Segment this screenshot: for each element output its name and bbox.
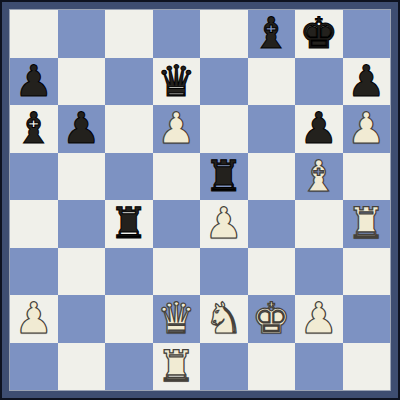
board-frame: ♝♚♟♛♟♝♟♟♟♟♜♝♜♟♜♟♛♞♚♟♜ — [0, 0, 400, 400]
white-bishop[interactable]: ♝ — [299, 153, 338, 201]
chess-board: ♝♚♟♛♟♝♟♟♟♟♜♝♜♟♜♟♛♞♚♟♜ — [9, 9, 391, 391]
square-b8[interactable] — [58, 10, 106, 58]
white-rook[interactable]: ♜ — [157, 343, 196, 391]
square-a2[interactable]: ♟ — [10, 295, 58, 343]
square-e3[interactable] — [200, 248, 248, 296]
square-h3[interactable] — [343, 248, 391, 296]
white-pawn[interactable]: ♟ — [14, 295, 53, 343]
square-d6[interactable]: ♟ — [153, 105, 201, 153]
square-a8[interactable] — [10, 10, 58, 58]
black-rook[interactable]: ♜ — [204, 153, 243, 201]
square-e1[interactable] — [200, 343, 248, 391]
square-a3[interactable] — [10, 248, 58, 296]
black-rook[interactable]: ♜ — [109, 200, 148, 248]
black-king[interactable]: ♚ — [299, 10, 338, 58]
square-d4[interactable] — [153, 200, 201, 248]
black-bishop[interactable]: ♝ — [252, 10, 291, 58]
square-a4[interactable] — [10, 200, 58, 248]
square-g6[interactable]: ♟ — [295, 105, 343, 153]
white-pawn[interactable]: ♟ — [157, 105, 196, 153]
square-f4[interactable] — [248, 200, 296, 248]
square-h5[interactable] — [343, 153, 391, 201]
white-pawn[interactable]: ♟ — [347, 105, 386, 153]
square-g4[interactable] — [295, 200, 343, 248]
square-a7[interactable]: ♟ — [10, 58, 58, 106]
square-h2[interactable] — [343, 295, 391, 343]
square-h7[interactable]: ♟ — [343, 58, 391, 106]
black-pawn[interactable]: ♟ — [299, 105, 338, 153]
square-g2[interactable]: ♟ — [295, 295, 343, 343]
white-knight[interactable]: ♞ — [204, 295, 243, 343]
square-c1[interactable] — [105, 343, 153, 391]
square-d5[interactable] — [153, 153, 201, 201]
square-e2[interactable]: ♞ — [200, 295, 248, 343]
square-f6[interactable] — [248, 105, 296, 153]
square-d3[interactable] — [153, 248, 201, 296]
square-h6[interactable]: ♟ — [343, 105, 391, 153]
square-f2[interactable]: ♚ — [248, 295, 296, 343]
square-c7[interactable] — [105, 58, 153, 106]
square-d2[interactable]: ♛ — [153, 295, 201, 343]
square-a1[interactable] — [10, 343, 58, 391]
square-c8[interactable] — [105, 10, 153, 58]
square-f5[interactable] — [248, 153, 296, 201]
white-queen[interactable]: ♛ — [157, 295, 196, 343]
black-bishop[interactable]: ♝ — [14, 105, 53, 153]
square-d1[interactable]: ♜ — [153, 343, 201, 391]
square-h8[interactable] — [343, 10, 391, 58]
square-c2[interactable] — [105, 295, 153, 343]
square-b5[interactable] — [58, 153, 106, 201]
square-e6[interactable] — [200, 105, 248, 153]
square-a6[interactable]: ♝ — [10, 105, 58, 153]
square-f3[interactable] — [248, 248, 296, 296]
square-g3[interactable] — [295, 248, 343, 296]
square-g1[interactable] — [295, 343, 343, 391]
black-pawn[interactable]: ♟ — [62, 105, 101, 153]
square-b2[interactable] — [58, 295, 106, 343]
square-g8[interactable]: ♚ — [295, 10, 343, 58]
white-king[interactable]: ♚ — [252, 295, 291, 343]
square-b7[interactable] — [58, 58, 106, 106]
square-g5[interactable]: ♝ — [295, 153, 343, 201]
square-e8[interactable] — [200, 10, 248, 58]
black-pawn[interactable]: ♟ — [14, 58, 53, 106]
square-c5[interactable] — [105, 153, 153, 201]
square-e4[interactable]: ♟ — [200, 200, 248, 248]
white-pawn[interactable]: ♟ — [204, 200, 243, 248]
square-a5[interactable] — [10, 153, 58, 201]
square-b6[interactable]: ♟ — [58, 105, 106, 153]
black-pawn[interactable]: ♟ — [347, 58, 386, 106]
white-rook[interactable]: ♜ — [347, 200, 386, 248]
square-f8[interactable]: ♝ — [248, 10, 296, 58]
square-c4[interactable]: ♜ — [105, 200, 153, 248]
square-h4[interactable]: ♜ — [343, 200, 391, 248]
square-f7[interactable] — [248, 58, 296, 106]
square-e7[interactable] — [200, 58, 248, 106]
square-b4[interactable] — [58, 200, 106, 248]
black-queen[interactable]: ♛ — [157, 58, 196, 106]
square-h1[interactable] — [343, 343, 391, 391]
square-c3[interactable] — [105, 248, 153, 296]
square-f1[interactable] — [248, 343, 296, 391]
square-c6[interactable] — [105, 105, 153, 153]
square-b1[interactable] — [58, 343, 106, 391]
white-pawn[interactable]: ♟ — [299, 295, 338, 343]
square-d7[interactable]: ♛ — [153, 58, 201, 106]
square-e5[interactable]: ♜ — [200, 153, 248, 201]
square-d8[interactable] — [153, 10, 201, 58]
square-b3[interactable] — [58, 248, 106, 296]
square-g7[interactable] — [295, 58, 343, 106]
